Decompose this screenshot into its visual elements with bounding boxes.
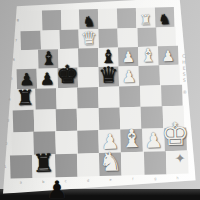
chessboard-photo: abcdefgh12345678 ♞♞♜♛♝♝♟♝♟♟♟♚♛♟♜♟♝♟♚♞♜ C… — [0, 0, 200, 200]
square-a1[interactable] — [10, 155, 33, 179]
white-knight-e1[interactable]: ♞ — [98, 148, 122, 175]
square-d6[interactable] — [78, 48, 98, 68]
square-f4[interactable] — [119, 86, 141, 108]
rank-label-7: 7 — [15, 39, 17, 43]
square-a8[interactable] — [23, 11, 42, 32]
square-d2[interactable] — [77, 130, 99, 154]
file-label-b: b — [42, 181, 44, 185]
white-rook-g8[interactable]: ♜ — [140, 13, 152, 27]
square-a6[interactable] — [19, 50, 39, 70]
rank-label-4: 4 — [8, 98, 10, 102]
white-pawn-h6[interactable]: ♟ — [161, 49, 175, 64]
file-label-h: h — [177, 177, 179, 181]
square-a2[interactable] — [11, 132, 33, 156]
square-g4[interactable] — [140, 85, 162, 107]
square-d5[interactable] — [78, 67, 99, 88]
white-pawn-f6[interactable]: ♟ — [121, 50, 135, 65]
black-pawn-b5[interactable]: ♟ — [40, 71, 55, 88]
square-h7[interactable] — [156, 27, 176, 47]
file-label-g: g — [154, 178, 156, 182]
square-g1[interactable] — [144, 151, 167, 175]
rank-label-8: 8 — [17, 19, 19, 23]
black-queen-e5[interactable]: ♛ — [98, 63, 119, 86]
brand-text: CHESS ® — [177, 54, 186, 100]
captured-black-pawn: ♟ — [46, 178, 68, 200]
white-bishop-f2[interactable]: ♝ — [120, 126, 143, 152]
square-e4[interactable] — [98, 86, 120, 108]
square-a7[interactable] — [21, 31, 41, 51]
square-c4[interactable] — [56, 88, 78, 110]
square-c7[interactable] — [59, 30, 79, 50]
black-knight-h8[interactable]: ♞ — [158, 12, 171, 26]
black-rook-a4[interactable]: ♜ — [15, 88, 34, 109]
square-c2[interactable] — [55, 131, 77, 155]
square-f8[interactable] — [117, 8, 136, 29]
black-king-c5[interactable]: ♚ — [56, 62, 79, 88]
white-king-h2[interactable]: ♚ — [161, 118, 190, 150]
rank-label-2: 2 — [5, 142, 7, 146]
file-label-a: a — [20, 181, 22, 185]
square-d4[interactable] — [77, 87, 99, 109]
square-e3[interactable] — [98, 107, 120, 130]
square-f1[interactable] — [121, 152, 144, 176]
square-b3[interactable] — [34, 109, 56, 132]
white-queen-d7[interactable]: ♛ — [80, 29, 97, 47]
square-b8[interactable] — [42, 10, 61, 31]
square-d1[interactable] — [77, 153, 100, 177]
square-e8[interactable] — [98, 8, 117, 29]
rank-label-5: 5 — [10, 78, 12, 82]
rank-label-6: 6 — [13, 58, 15, 62]
square-a3[interactable] — [13, 110, 35, 133]
square-d3[interactable] — [77, 108, 99, 131]
rank-label-1: 1 — [4, 165, 6, 169]
chess-board: abcdefgh12345678 ♞♞♜♛♝♝♟♝♟♟♟♚♛♟♜♟♝♟♚♞♜ C… — [0, 0, 200, 200]
square-c8[interactable] — [60, 10, 79, 31]
white-pawn-f5[interactable]: ♟ — [121, 69, 136, 86]
square-g5[interactable] — [139, 65, 160, 86]
black-bishop-b6[interactable]: ♝ — [40, 49, 57, 67]
file-label-f: f — [132, 178, 133, 182]
square-c3[interactable] — [55, 109, 77, 132]
black-rook-b1[interactable]: ♜ — [32, 152, 55, 177]
file-label-d: d — [87, 180, 89, 184]
square-f7[interactable] — [118, 28, 138, 48]
white-pawn-g2[interactable]: ♟ — [144, 130, 163, 151]
white-bishop-g6[interactable]: ♝ — [140, 46, 157, 64]
file-label-e: e — [109, 179, 111, 183]
rank-label-3: 3 — [7, 120, 9, 124]
square-c1[interactable] — [55, 154, 78, 178]
square-b4[interactable] — [35, 88, 57, 110]
